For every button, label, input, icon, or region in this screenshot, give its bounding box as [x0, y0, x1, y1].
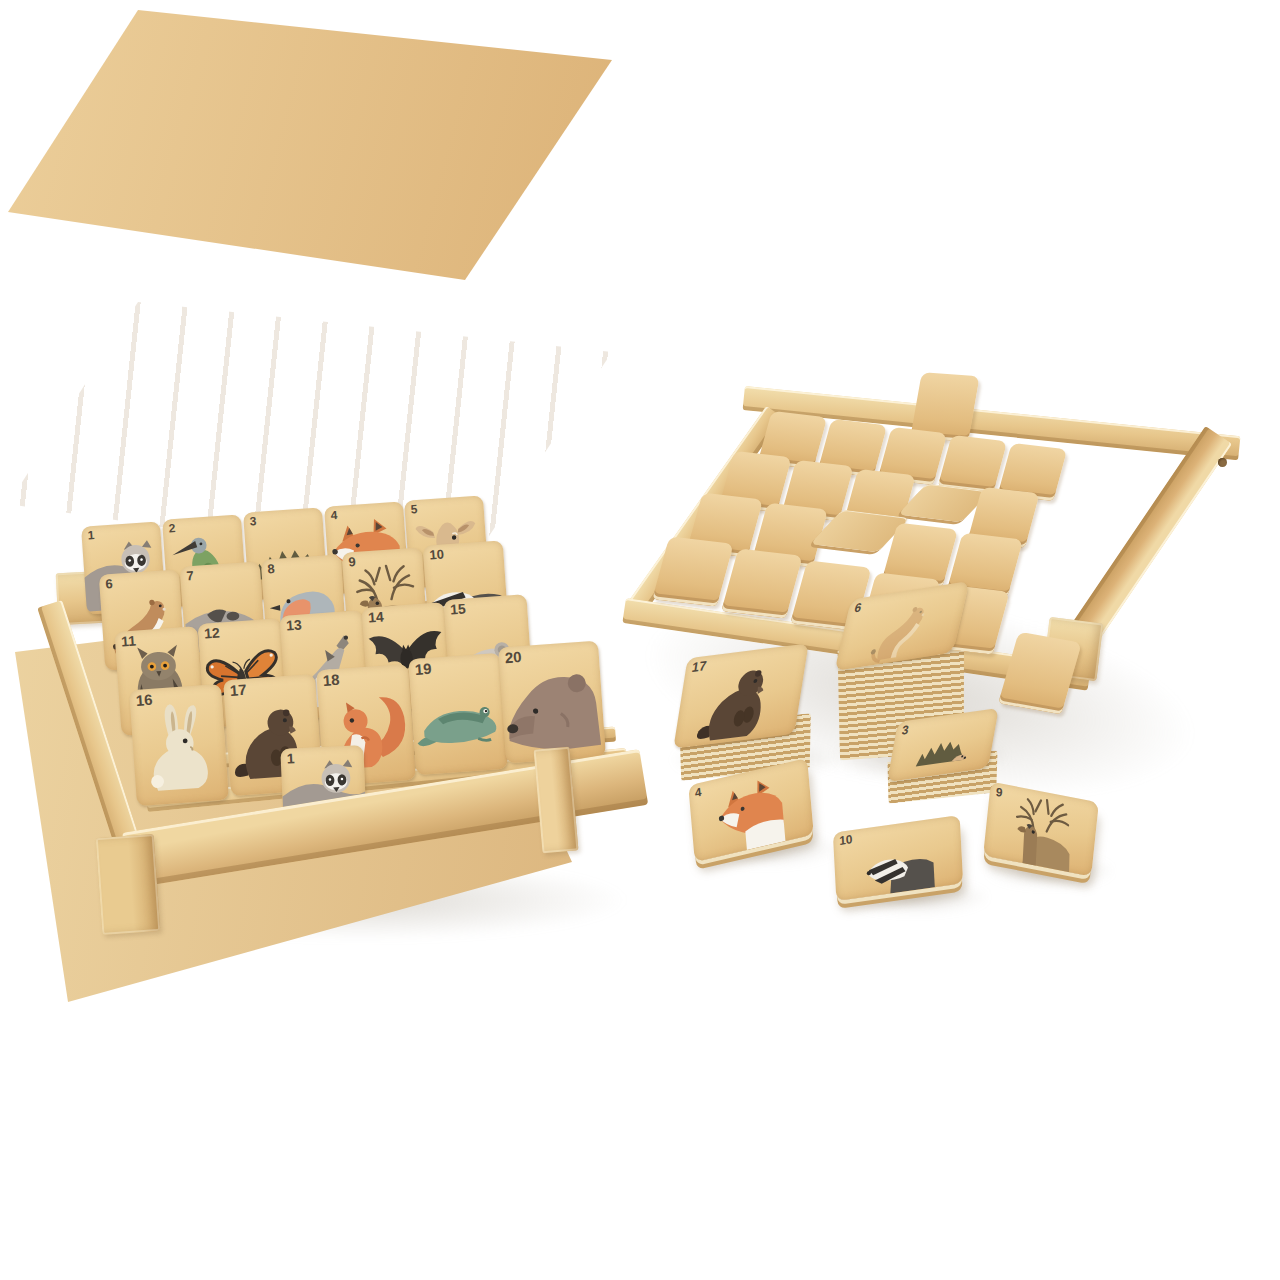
tile-number: 10: [429, 547, 444, 561]
tile-number: 1: [87, 529, 95, 541]
animal-tile-bear[interactable]: 20: [498, 641, 606, 764]
blank-tile-back[interactable]: [652, 536, 733, 606]
player-board-front-corner-block: [96, 834, 161, 935]
animal-tile-rabbit[interactable]: 16: [129, 684, 229, 806]
tile-number: 19: [414, 661, 432, 677]
tile-number: 20: [504, 649, 522, 665]
tile-number: 3: [249, 515, 257, 527]
tile-number: 14: [368, 610, 385, 625]
tile-number: 2: [168, 522, 176, 534]
tile-number: 18: [322, 672, 340, 688]
tile-number: 13: [286, 618, 303, 633]
tile-number: 12: [204, 626, 221, 641]
product-photo-stage: 1234567891011121314151617181920161734109: [0, 0, 1280, 1280]
tile-number: 9: [348, 555, 356, 568]
tile-number: 4: [694, 786, 702, 800]
animal-tile-beaver[interactable]: 17: [673, 643, 808, 748]
rail-peg-hole: [1218, 458, 1227, 467]
tile-number: 16: [135, 692, 153, 708]
tile-number: 8: [267, 562, 275, 575]
tile-number: 5: [410, 503, 418, 515]
tile-number: 4: [330, 509, 338, 521]
tile-number: 17: [691, 659, 707, 674]
animal-tile-frog[interactable]: 19: [408, 653, 508, 775]
tile-number: 11: [121, 634, 137, 649]
tile-number: 15: [450, 602, 467, 617]
opponent-board-surface: [0, 0, 622, 292]
tile-number: 7: [186, 569, 194, 582]
tile-number: 10: [839, 833, 853, 847]
tile-number: 1: [286, 751, 294, 765]
tile-number: 6: [105, 577, 113, 590]
tile-number: 17: [229, 682, 247, 698]
tile-number: 9: [995, 786, 1003, 799]
blank-tile-back[interactable]: [938, 435, 1008, 493]
